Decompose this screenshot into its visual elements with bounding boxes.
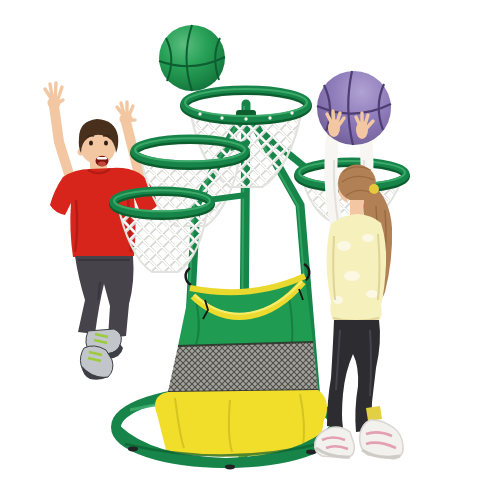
boy-right-fingers bbox=[45, 83, 63, 104]
purple-basketball bbox=[317, 71, 391, 145]
boy-left-fingers bbox=[117, 102, 135, 120]
boy-tongue bbox=[98, 162, 106, 167]
storage-bag bbox=[155, 264, 327, 457]
boy-teeth bbox=[97, 157, 107, 159]
boy-eye-right bbox=[104, 140, 108, 145]
base-foot-right bbox=[306, 450, 316, 455]
scene-svg bbox=[0, 0, 500, 500]
green-basketball bbox=[159, 25, 225, 91]
base-foot-left bbox=[128, 447, 138, 452]
base-foot-center bbox=[225, 465, 235, 470]
boy-eye-left bbox=[89, 140, 93, 145]
product-photo-stage bbox=[0, 0, 500, 500]
girl-sock bbox=[366, 406, 382, 421]
girl-scrunchie bbox=[369, 184, 379, 194]
boy-shoes bbox=[80, 329, 123, 380]
boy-pants bbox=[75, 256, 134, 338]
girl-top bbox=[327, 214, 387, 320]
boy-right-arm bbox=[54, 106, 69, 174]
girl bbox=[315, 71, 403, 459]
